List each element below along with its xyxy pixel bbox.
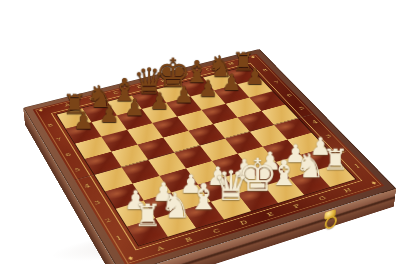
case-top-rim: ABCDEFGH ABCDEFGH 87654321 87654321 ♦ ♦ … bbox=[23, 49, 396, 264]
scene: ABCDEFGH ABCDEFGH 87654321 87654321 ♦ ♦ … bbox=[0, 0, 400, 264]
board-surface: ABCDEFGH ABCDEFGH 87654321 87654321 ♦ ♦ … bbox=[33, 54, 385, 264]
brass-clasp bbox=[321, 208, 339, 230]
chess-set-photo: ABCDEFGH ABCDEFGH 87654321 87654321 ♦ ♦ … bbox=[0, 0, 400, 264]
chess-board-case: ABCDEFGH ABCDEFGH 87654321 87654321 ♦ ♦ … bbox=[23, 49, 396, 264]
